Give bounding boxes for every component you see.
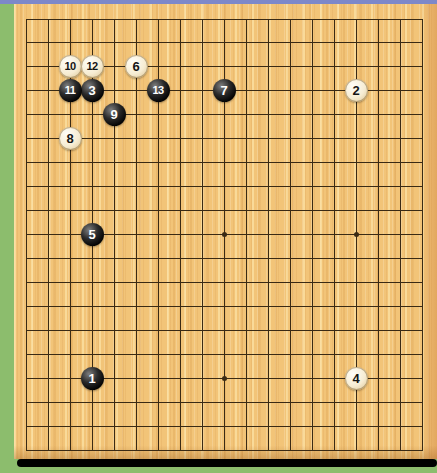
- grid-line-vertical: [26, 19, 27, 451]
- grid-line-vertical: [422, 19, 423, 451]
- star-point: [222, 376, 227, 381]
- grid-line-horizontal: [26, 354, 423, 355]
- grid-line-vertical: [136, 19, 137, 451]
- goban[interactable]: 12345678910111213: [14, 4, 437, 459]
- board-shadow: [17, 459, 437, 467]
- grid-line-horizontal: [26, 114, 423, 115]
- stone-move-13-black-G16: 13: [147, 79, 170, 102]
- grid-line-vertical: [268, 19, 269, 451]
- grid-line-horizontal: [26, 402, 423, 403]
- stone-move-5-black-D10: 5: [81, 223, 104, 246]
- grid-line-horizontal: [26, 162, 423, 163]
- grid-line-horizontal: [26, 330, 423, 331]
- stone-move-1-black-D4: 1: [81, 367, 104, 390]
- grid-line-horizontal: [26, 138, 423, 139]
- grid-line-horizontal: [26, 210, 423, 211]
- stone-move-8-white-C14: 8: [59, 127, 82, 150]
- grid-line-vertical: [378, 19, 379, 451]
- grid-line-horizontal: [26, 282, 423, 283]
- grid-line-vertical: [334, 19, 335, 451]
- star-point: [222, 232, 227, 237]
- grid-line-horizontal: [26, 42, 423, 43]
- grid-line-vertical: [180, 19, 181, 451]
- grid-line-horizontal: [26, 19, 423, 20]
- stone-move-12-white-D17: 12: [81, 55, 104, 78]
- stone-move-6-white-F17: 6: [125, 55, 148, 78]
- grid-line-vertical: [312, 19, 313, 451]
- grid-line-vertical: [48, 19, 49, 451]
- stone-move-7-black-K16: 7: [213, 79, 236, 102]
- grid-line-vertical: [246, 19, 247, 451]
- stone-move-9-black-E15: 9: [103, 103, 126, 126]
- grid-line-horizontal: [26, 306, 423, 307]
- grid-line-horizontal: [26, 258, 423, 259]
- stone-move-11-black-C16: 11: [59, 79, 82, 102]
- stone-move-10-white-C17: 10: [59, 55, 82, 78]
- grid-line-horizontal: [26, 186, 423, 187]
- grid-line-vertical: [114, 19, 115, 451]
- star-point: [354, 232, 359, 237]
- grid-line-horizontal: [26, 450, 423, 451]
- grid-line-vertical: [400, 19, 401, 451]
- stone-move-4-white-Q4: 4: [345, 367, 368, 390]
- stone-move-2-white-Q16: 2: [345, 79, 368, 102]
- grid-line-horizontal: [26, 426, 423, 427]
- grid-line-vertical: [290, 19, 291, 451]
- go-diagram-page: { "game": { "name": "Go", "board_size": …: [0, 0, 437, 473]
- stone-move-3-black-D16: 3: [81, 79, 104, 102]
- grid-line-vertical: [202, 19, 203, 451]
